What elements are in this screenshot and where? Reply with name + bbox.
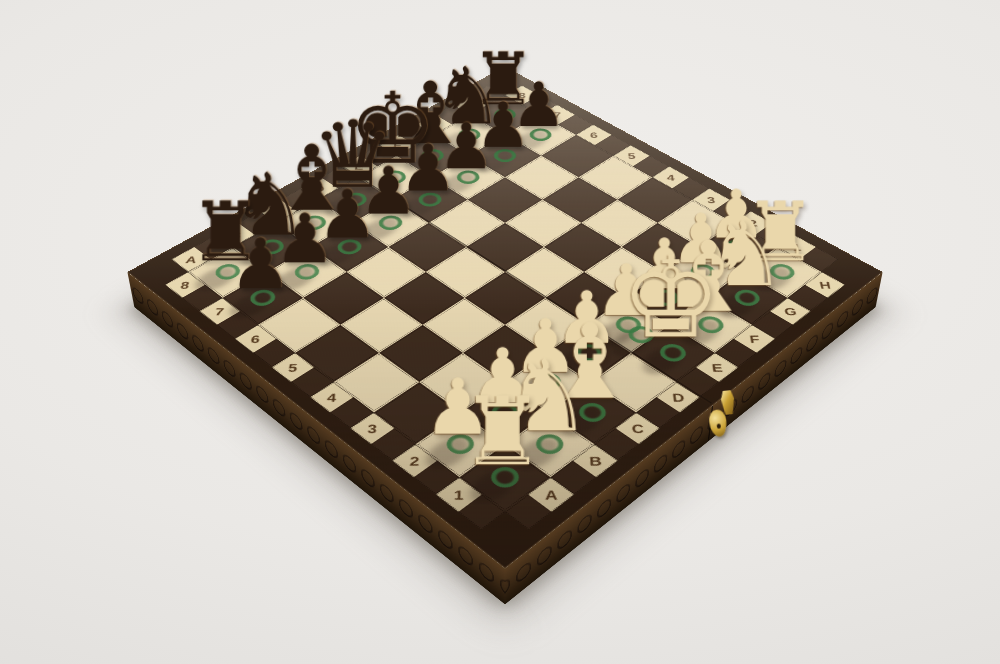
file-label-C: C: [621, 417, 654, 439]
file-label-H: H: [809, 276, 842, 294]
white-rook-icon: ♜: [433, 385, 572, 480]
file-label-G: G: [774, 302, 807, 321]
rank-label-4: 4: [315, 386, 348, 408]
black-pawn-icon: ♟: [199, 230, 321, 299]
brass-latch: [700, 389, 747, 447]
file-label-B: B: [579, 449, 612, 472]
rank-label-3: 3: [356, 417, 389, 439]
rank-label-5: 5: [276, 357, 309, 378]
file-label-F: F: [738, 329, 771, 349]
file-label-A: A: [535, 482, 568, 506]
chess-board-3d: HGFEDCBA HGFEDCBA 87654321 87654321 ♜♞♝♛…: [127, 66, 882, 568]
rank-label-6: 6: [239, 329, 272, 349]
chess-set-photo: HGFEDCBA HGFEDCBA 87654321 87654321 ♜♞♝♛…: [0, 0, 1000, 664]
pieces-layer: ♜♞♝♛♚♝♞♜♟♟♟♟♟♟♟♟♟♟♟♟♟♟♟♟♜♞♝♛♚♝♞♜: [127, 66, 882, 568]
board-face: HGFEDCBA HGFEDCBA 87654321 87654321 ♜♞♝♛…: [127, 66, 882, 568]
rank-label-5: 5: [618, 148, 645, 163]
file-label-E: E: [701, 357, 734, 378]
